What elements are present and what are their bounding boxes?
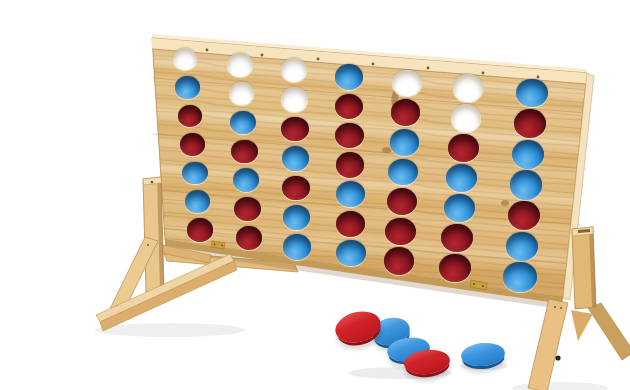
rail-nail-6	[482, 72, 485, 75]
wood-knot-3	[501, 200, 509, 206]
rail-nail-2	[261, 54, 264, 57]
rail-nail-3	[317, 58, 320, 61]
rail-nail-7	[537, 76, 540, 79]
floor-shadow-left-foot	[95, 323, 245, 337]
floor-shadow-disc-right	[460, 362, 508, 370]
right-front-brace	[528, 299, 568, 390]
right-brace-screw-1	[554, 306, 556, 308]
right-brace-screw-2	[560, 307, 562, 309]
right-gusset	[571, 310, 593, 341]
left-post-peg-hole	[151, 181, 154, 184]
wooden-board-and-stand	[0, 0, 630, 390]
left-foot-top	[96, 254, 234, 322]
giant-connect-four-photo	[0, 0, 630, 390]
rail-nail-4	[372, 63, 375, 66]
left-brace-screw-top	[147, 244, 149, 246]
wood-knot-4	[296, 251, 304, 256]
right-rear-foot	[588, 303, 630, 360]
right-brace-bolt	[555, 355, 560, 360]
rail-nail-1	[206, 49, 209, 52]
floor-shadow-right-foot	[512, 382, 608, 390]
floor-shadow-discs	[348, 367, 452, 379]
rail-nail-5	[427, 67, 430, 70]
wood-knot-2	[382, 147, 392, 153]
